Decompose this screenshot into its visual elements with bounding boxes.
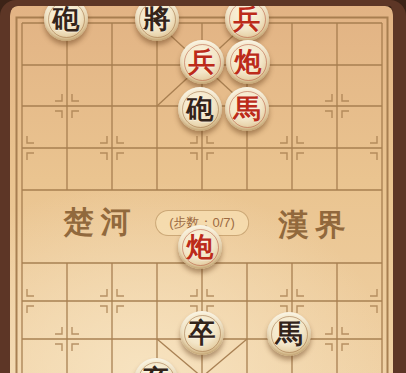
river-label-right: 漢界 [272, 205, 353, 246]
piece-red-cannon-e5[interactable]: 炮 [178, 225, 222, 269]
piece-glyph: 兵 [189, 40, 216, 84]
piece-black-horse-g3[interactable]: 馬 [267, 312, 311, 356]
piece-glyph: 炮 [187, 225, 214, 269]
piece-red-horse-f8[interactable]: 馬 [225, 87, 269, 131]
piece-glyph: 炮 [235, 40, 262, 84]
xiangqi-board: 楚河 漢界 (步数：0/7) 砲將兵兵炮砲馬炮卒馬卒 [0, 0, 406, 373]
piece-glyph: 砲 [187, 87, 214, 131]
piece-red-soldier-e9[interactable]: 兵 [180, 40, 224, 84]
piece-glyph: 兵 [234, 0, 261, 41]
river-label-left: 楚河 [57, 202, 138, 243]
piece-glyph: 將 [144, 0, 171, 41]
piece-black-soldier-e3[interactable]: 卒 [180, 311, 224, 355]
piece-glyph: 砲 [53, 0, 80, 41]
piece-glyph: 馬 [234, 87, 261, 131]
piece-red-cannon-f9[interactable]: 炮 [226, 40, 270, 84]
piece-glyph: 卒 [189, 311, 216, 355]
piece-glyph: 卒 [143, 358, 170, 373]
piece-black-cannon-e8[interactable]: 砲 [178, 87, 222, 131]
piece-glyph: 馬 [276, 312, 303, 356]
